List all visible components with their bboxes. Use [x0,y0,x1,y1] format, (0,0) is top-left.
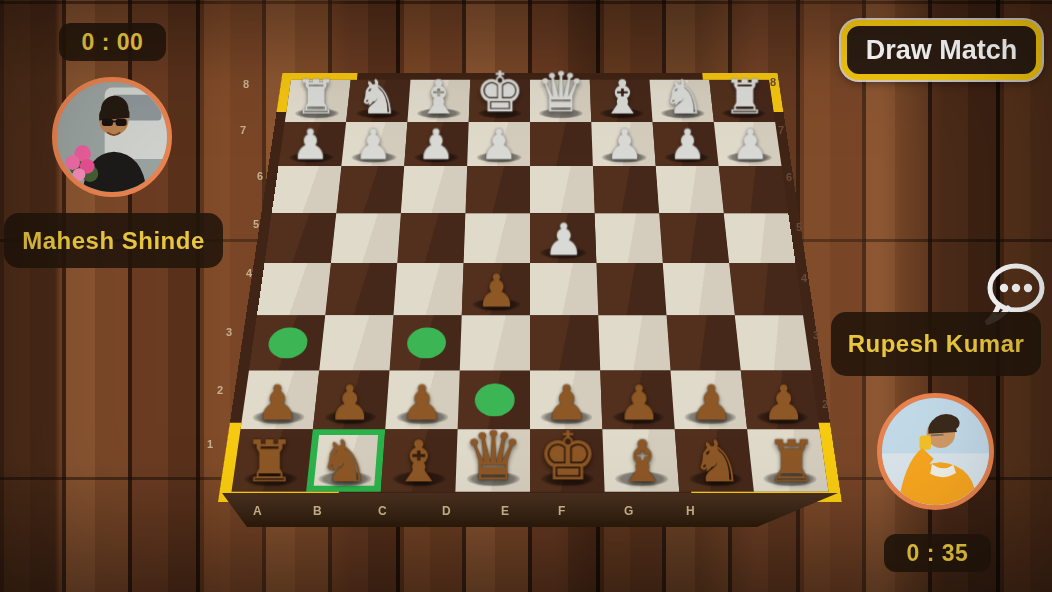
brown-pawn-d4[interactable]: ♟ [476,268,517,313]
silver-pawn-b7[interactable]: ♟ [354,123,392,165]
square-c5[interactable] [397,213,465,262]
silver-rook-a8[interactable]: ♜ [294,73,336,120]
square-d6[interactable] [465,166,530,213]
right-player-name: Rupesh Kumar [831,312,1041,376]
square-e3[interactable] [530,315,600,370]
square-a2[interactable]: ♟ [240,371,319,430]
silver-pawn-d7[interactable]: ♟ [480,123,518,165]
square-c4[interactable] [393,263,463,315]
square-f3[interactable] [598,315,670,370]
brown-rook-a1[interactable]: ♜ [243,432,295,490]
rank-label-left-1: 1 [207,438,213,450]
silver-pawn-e5[interactable]: ♟ [543,217,583,261]
square-h5[interactable] [724,213,796,262]
file-label-f: F [558,504,565,518]
file-label-a: A [253,504,262,518]
brown-king-e1[interactable]: ♚ [537,422,598,490]
square-d3[interactable] [460,315,530,370]
square-c6[interactable] [401,166,467,213]
square-f4[interactable] [596,263,666,315]
square-b2[interactable]: ♟ [313,371,390,430]
silver-pawn-f7[interactable]: ♟ [605,123,643,165]
silver-pawn-h7[interactable]: ♟ [731,123,769,165]
square-b3[interactable] [319,315,393,370]
board-grid: ♜♞♝♚♛♝♞♜♟♟♟♟♟♟♟♟♟♟♟♟♟♟♟♟♜♞♝♛♚♝♞♜ [231,80,828,492]
brown-bishop-f1[interactable]: ♝ [616,432,668,490]
square-g1[interactable]: ♞ [675,429,754,491]
left-player-avatar [52,77,172,197]
square-f8[interactable]: ♝ [590,80,653,122]
brown-pawn-h2[interactable]: ♟ [762,379,805,427]
square-b7[interactable]: ♟ [341,122,407,167]
square-h4[interactable] [729,263,803,315]
file-label-d: D [442,504,451,518]
square-f5[interactable] [595,213,663,262]
square-e5[interactable]: ♟ [530,213,596,262]
file-label-c: C [378,504,387,518]
square-h6[interactable] [719,166,789,213]
brown-knight-b1[interactable]: ♞ [318,432,370,490]
board-frame: ♜♞♝♚♛♝♞♜♟♟♟♟♟♟♟♟♟♟♟♟♟♟♟♟♜♞♝♛♚♝♞♜ [218,73,842,502]
square-c1[interactable]: ♝ [381,429,458,491]
man-with-sunglasses-photo-icon [57,82,167,192]
square-h2[interactable]: ♟ [741,371,820,430]
silver-bishop-f8[interactable]: ♝ [601,73,643,120]
square-d8[interactable]: ♚ [469,80,530,122]
silver-rook-h8[interactable]: ♜ [723,73,765,120]
square-g3[interactable] [667,315,741,370]
silver-knight-g8[interactable]: ♞ [662,73,704,120]
square-g6[interactable] [656,166,724,213]
square-d4[interactable]: ♟ [462,263,530,315]
left-player-name: Mahesh Shinde [4,213,223,268]
square-e8[interactable]: ♛ [530,80,591,122]
square-b8[interactable]: ♞ [346,80,410,122]
brown-pawn-a2[interactable]: ♟ [255,379,298,427]
square-d7[interactable]: ♟ [467,122,530,167]
silver-pawn-g7[interactable]: ♟ [668,123,706,165]
square-c3[interactable] [389,315,461,370]
square-h8[interactable]: ♜ [709,80,775,122]
square-g8[interactable]: ♞ [650,80,714,122]
square-f2[interactable]: ♟ [600,371,674,430]
square-a7[interactable]: ♟ [278,122,346,167]
square-h7[interactable]: ♟ [714,122,782,167]
square-c2[interactable]: ♟ [385,371,459,430]
silver-bishop-c8[interactable]: ♝ [417,73,459,120]
square-f6[interactable] [593,166,659,213]
square-d5[interactable] [464,213,530,262]
square-c7[interactable]: ♟ [404,122,468,167]
square-a3[interactable] [249,315,325,370]
square-h1[interactable]: ♜ [747,429,828,491]
square-g7[interactable]: ♟ [653,122,719,167]
rank-label-left-8: 8 [243,78,249,90]
right-player-timer: 0 : 35 [884,534,991,572]
silver-queen-e8[interactable]: ♛ [536,65,586,121]
brown-pawn-f2[interactable]: ♟ [617,379,660,427]
square-g4[interactable] [663,263,735,315]
square-e1[interactable]: ♚ [530,429,605,491]
square-b4[interactable] [325,263,397,315]
brown-bishop-c1[interactable]: ♝ [392,432,444,490]
rank-label-left-7: 7 [240,124,246,136]
brown-queen-d1[interactable]: ♛ [462,422,523,490]
square-e7[interactable] [530,122,593,167]
brown-knight-g1[interactable]: ♞ [691,432,743,490]
draw-match-button[interactable]: Draw Match [841,20,1042,80]
brown-pawn-c2[interactable]: ♟ [400,379,443,427]
square-d1[interactable]: ♛ [455,429,530,491]
silver-pawn-c7[interactable]: ♟ [417,123,455,165]
square-a5[interactable] [265,213,337,262]
square-b1[interactable]: ♞ [306,429,385,491]
square-c8[interactable]: ♝ [407,80,470,122]
silver-knight-b8[interactable]: ♞ [356,73,398,120]
square-h3[interactable] [735,315,811,370]
square-a6[interactable] [272,166,342,213]
file-label-g: G [624,504,633,518]
square-b5[interactable] [331,213,401,262]
rank-label-left-3: 3 [226,326,232,338]
square-f1[interactable]: ♝ [602,429,679,491]
brown-rook-h1[interactable]: ♜ [765,432,817,490]
file-label-e: E [501,504,509,518]
rank-label-left-6: 6 [257,170,263,182]
rank-label-left-2: 2 [217,384,223,396]
square-a8[interactable]: ♜ [285,80,351,122]
brown-pawn-b2[interactable]: ♟ [328,379,371,427]
chess-board[interactable]: ♜♞♝♚♛♝♞♜♟♟♟♟♟♟♟♟♟♟♟♟♟♟♟♟♜♞♝♛♚♝♞♜ [218,73,842,502]
left-player-timer: 0 : 00 [59,23,166,61]
square-a4[interactable] [257,263,331,315]
file-label-b: B [313,504,322,518]
board-scene: ♜♞♝♚♛♝♞♜♟♟♟♟♟♟♟♟♟♟♟♟♟♟♟♟♜♞♝♛♚♝♞♜ 8877665… [0,0,1052,592]
man-drinking-photo-icon [882,398,989,505]
silver-king-d8[interactable]: ♚ [474,65,524,121]
file-label-h: H [686,504,695,518]
brown-pawn-g2[interactable]: ♟ [689,379,732,427]
square-f7[interactable]: ♟ [591,122,655,167]
square-b6[interactable] [336,166,404,213]
square-g5[interactable] [659,213,729,262]
silver-pawn-a7[interactable]: ♟ [291,123,329,165]
chess-app-screen: ♜♞♝♚♛♝♞♜♟♟♟♟♟♟♟♟♟♟♟♟♟♟♟♟♜♞♝♛♚♝♞♜ 8877665… [0,0,1052,592]
square-g2[interactable]: ♟ [671,371,748,430]
square-a1[interactable]: ♜ [231,429,312,491]
right-player-avatar [877,393,994,510]
square-e6[interactable] [530,166,595,213]
square-e4[interactable] [530,263,598,315]
